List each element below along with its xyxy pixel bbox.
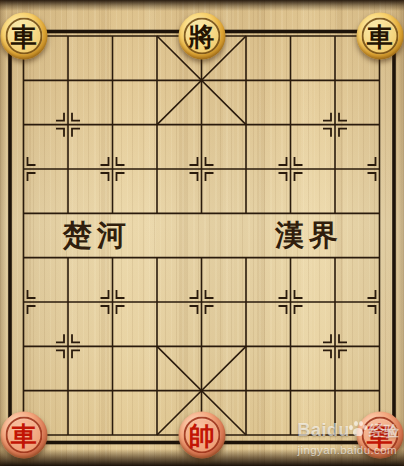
watermark-url: jingyan.baidu.com — [297, 444, 399, 457]
watermark-brand-text: Baidu — [297, 421, 350, 441]
piece-character: 車 — [5, 18, 42, 55]
piece-black-將[interactable]: 將 — [178, 13, 225, 60]
piece-red-車[interactable]: 車 — [0, 411, 47, 458]
piece-character: 將 — [183, 18, 220, 55]
piece-black-車[interactable]: 車 — [0, 13, 47, 60]
piece-black-車[interactable]: 車 — [356, 13, 403, 60]
piece-character: 車 — [361, 18, 398, 55]
watermark-brand-suffix: 经验 — [369, 423, 399, 440]
watermark: Baidu 经验 jingyan.baidu.com — [297, 420, 399, 457]
watermark-brand-row: Baidu 经验 — [297, 420, 399, 442]
xiangqi-board[interactable]: 楚河 漢界 車將車車帥車 Baidu 经验 jingyan.baidu.com — [0, 0, 404, 466]
piece-red-帥[interactable]: 帥 — [178, 411, 225, 458]
piece-character: 帥 — [183, 416, 220, 453]
paw-icon — [349, 420, 367, 436]
board-grid — [0, 0, 404, 466]
river-label-left: 楚河 — [63, 216, 131, 256]
river-label-right: 漢界 — [275, 216, 343, 256]
piece-character: 車 — [5, 416, 42, 453]
